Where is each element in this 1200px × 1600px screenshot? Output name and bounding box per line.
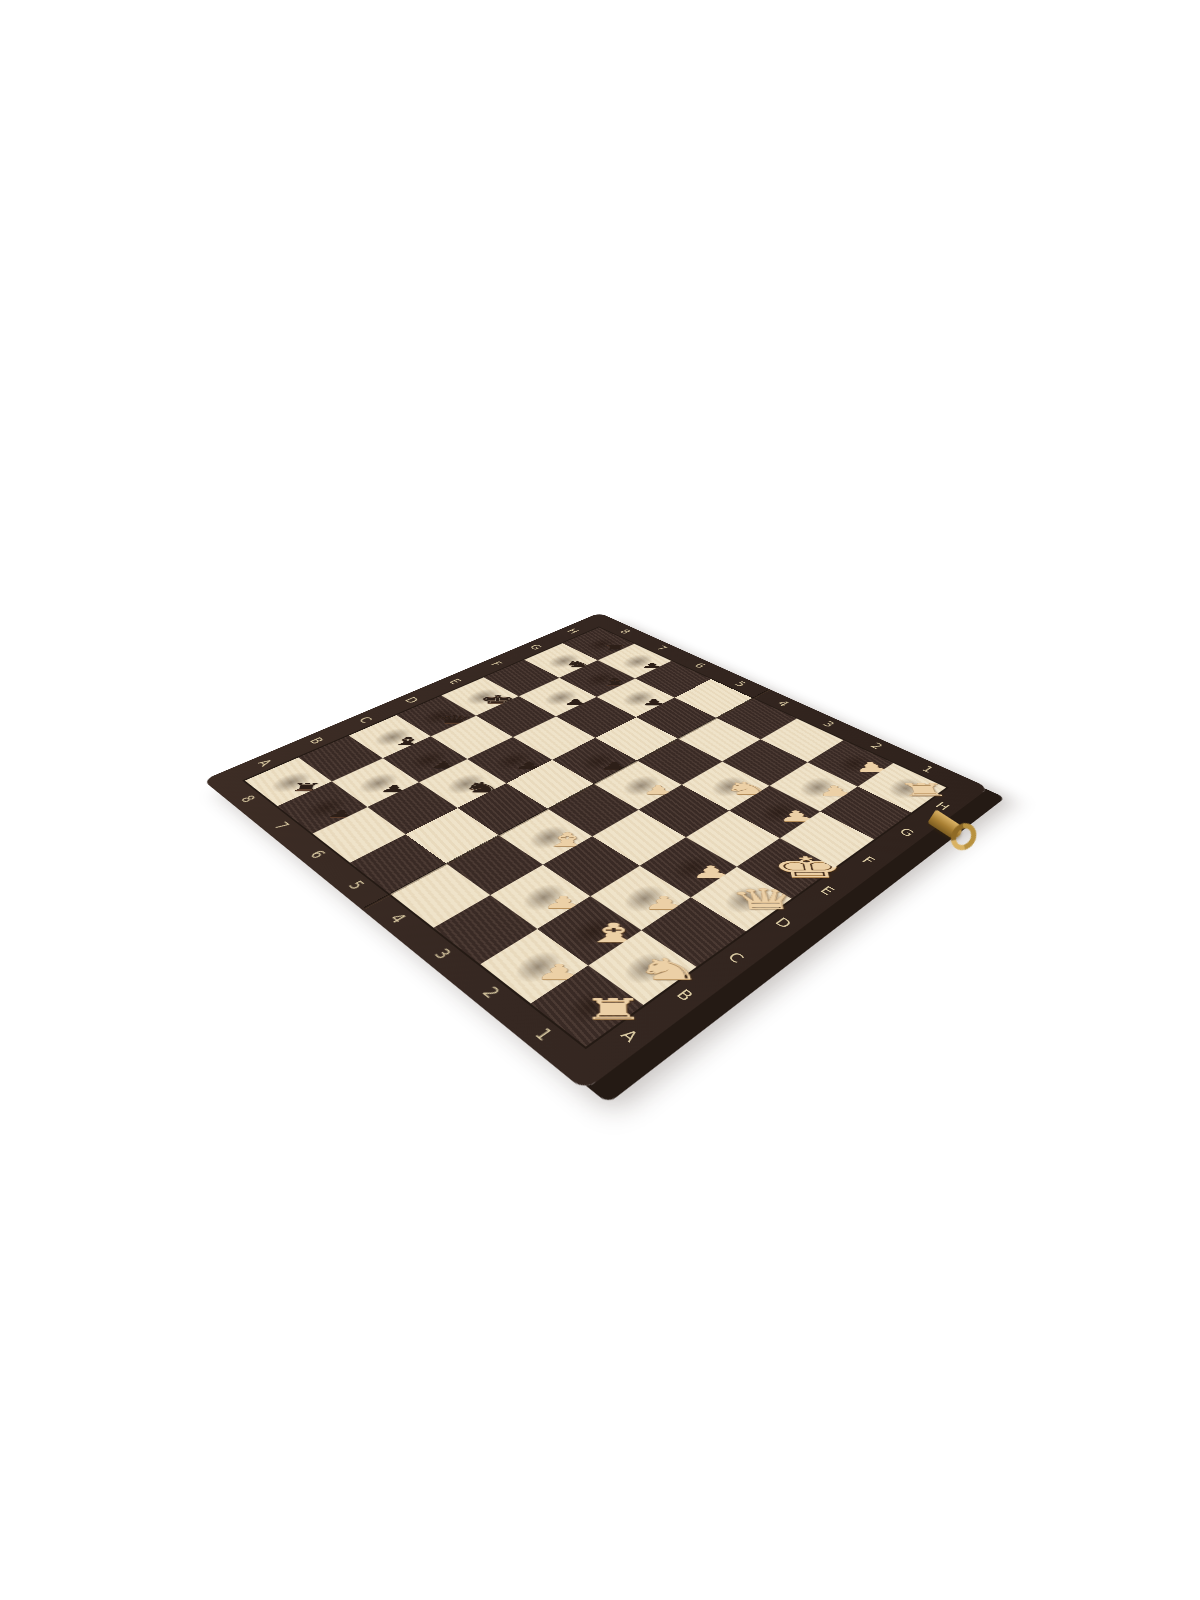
white-pawn-h2[interactable]: ♟: [869, 760, 874, 773]
white-king-e1[interactable]: ♚: [804, 853, 811, 881]
black-queen-d8[interactable]: ♛: [452, 714, 454, 725]
black-knight-c6[interactable]: ♞: [481, 780, 483, 794]
white-pawn-g2[interactable]: ♟: [833, 784, 837, 798]
white-pawn-b3[interactable]: ♟: [562, 894, 563, 911]
white-queen-d1[interactable]: ♛: [762, 885, 767, 913]
black-king-e8[interactable]: ♚: [496, 694, 498, 706]
product-photo-white-background: { "game": "chess", "scene": "wooden fold…: [0, 0, 1200, 1600]
white-pawn-e4[interactable]: ♟: [658, 784, 659, 796]
white-pawn-f2[interactable]: ♟: [795, 809, 799, 824]
chess-board: 87654321 87654321 ABCDEFGH ABCDEFGH ♜♝♛♚…: [203, 613, 989, 1091]
white-pawn-d2[interactable]: ♟: [710, 863, 712, 880]
black-bishop-c8[interactable]: ♝: [406, 735, 409, 746]
white-pawn-a2[interactable]: ♟: [558, 961, 559, 982]
white-pawn-c2[interactable]: ♟: [663, 894, 664, 912]
white-knight-f3[interactable]: ♞: [744, 780, 747, 797]
white-rook-a1[interactable]: ♜: [612, 995, 613, 1024]
white-rook-h1[interactable]: ♜: [919, 781, 926, 799]
board-grid: ♜♝♛♚♞♜♟♟♟♟♝♟♞♟♟♟♝♟♟♞♟♝♟♟♟♟♟♜♞♛♚♜: [245, 627, 946, 1046]
white-bishop-b2[interactable]: ♝: [613, 920, 614, 946]
white-bishop-c4[interactable]: ♝: [566, 830, 567, 849]
white-knight-b1[interactable]: ♞: [666, 954, 668, 984]
